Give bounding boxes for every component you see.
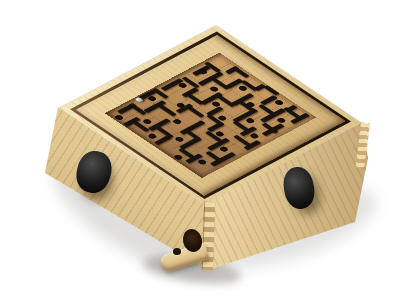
product-photo-scene [0, 0, 400, 300]
tray-hole [173, 248, 181, 255]
